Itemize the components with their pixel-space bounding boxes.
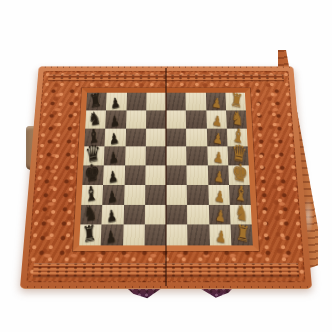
square[interactable]	[126, 93, 146, 111]
photo-scene: ♜♟♟♜♞♟♟♞♝♟♟♝♛♟♟♛♚♟♟♚♝♟♟♝♞♟♟♞♜♟♟♜	[0, 0, 332, 332]
square[interactable]	[186, 110, 206, 128]
square[interactable]: ♟	[208, 204, 230, 224]
square[interactable]: ♜	[79, 225, 102, 246]
square[interactable]: ♟	[106, 93, 126, 111]
square[interactable]	[166, 128, 186, 146]
square[interactable]: ♟	[206, 110, 227, 128]
square[interactable]	[187, 185, 208, 205]
white-pawn[interactable]: ♟	[213, 149, 224, 165]
square[interactable]	[123, 225, 145, 246]
square[interactable]: ♟	[207, 147, 228, 166]
square[interactable]: ♟	[105, 128, 126, 146]
square[interactable]	[123, 204, 145, 224]
square[interactable]: ♟	[102, 204, 124, 224]
square[interactable]	[166, 165, 187, 184]
square[interactable]	[146, 128, 166, 146]
square[interactable]	[166, 204, 187, 224]
square[interactable]: ♟	[207, 165, 228, 184]
white-pawn[interactable]: ♟	[214, 188, 225, 205]
square[interactable]	[187, 225, 209, 246]
square[interactable]: ♟	[208, 185, 230, 205]
square[interactable]	[145, 147, 166, 166]
square[interactable]	[166, 147, 187, 166]
black-rook[interactable]: ♜	[82, 222, 97, 246]
white-pawn[interactable]: ♟	[213, 168, 224, 185]
square[interactable]	[166, 225, 188, 246]
square[interactable]	[145, 185, 166, 205]
white-rook[interactable]: ♜	[235, 222, 250, 246]
square[interactable]: ♜	[230, 225, 253, 246]
square[interactable]	[126, 110, 146, 128]
white-pawn[interactable]: ♟	[212, 113, 223, 129]
square[interactable]: ♟	[206, 128, 227, 146]
white-pawn[interactable]: ♟	[215, 228, 227, 246]
square[interactable]: ♟	[209, 225, 231, 246]
black-pawn[interactable]: ♟	[105, 228, 117, 246]
square[interactable]	[125, 128, 146, 146]
black-pawn[interactable]: ♟	[110, 113, 121, 128]
white-pawn[interactable]: ♟	[214, 207, 226, 224]
square[interactable]	[125, 147, 146, 166]
square[interactable]	[166, 185, 187, 205]
square[interactable]	[166, 93, 186, 111]
square[interactable]	[145, 204, 166, 224]
square[interactable]: ♟	[105, 110, 126, 128]
square[interactable]: ♟	[102, 185, 124, 205]
black-pawn[interactable]: ♟	[110, 95, 121, 110]
square[interactable]: ♟	[103, 165, 124, 184]
square[interactable]: ♟	[104, 147, 125, 166]
black-pawn[interactable]: ♟	[109, 131, 120, 147]
square[interactable]	[187, 165, 208, 184]
white-pawn[interactable]: ♟	[212, 131, 223, 147]
square[interactable]	[186, 128, 207, 146]
square[interactable]	[146, 110, 166, 128]
black-pawn[interactable]: ♟	[107, 188, 118, 205]
square[interactable]	[124, 185, 145, 205]
white-pawn[interactable]: ♟	[211, 95, 222, 110]
square[interactable]: ♟	[101, 225, 123, 246]
square[interactable]: ♟	[205, 93, 225, 111]
fold-seam	[165, 68, 167, 286]
chess-box: ♜♟♟♜♞♟♟♞♝♟♟♝♛♟♟♛♚♟♟♚♝♟♟♝♞♟♟♞♜♟♟♜	[20, 66, 312, 288]
square[interactable]	[145, 165, 166, 184]
square[interactable]	[186, 93, 206, 111]
square[interactable]	[186, 147, 207, 166]
square[interactable]	[187, 204, 209, 224]
square[interactable]	[124, 165, 145, 184]
square[interactable]	[146, 93, 166, 111]
black-pawn[interactable]: ♟	[106, 207, 117, 224]
black-pawn[interactable]: ♟	[108, 168, 119, 184]
square[interactable]	[144, 225, 166, 246]
square[interactable]	[166, 110, 186, 128]
black-pawn[interactable]: ♟	[108, 149, 119, 165]
